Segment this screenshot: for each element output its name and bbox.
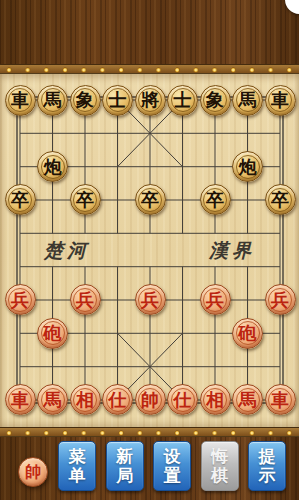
seal-glyph: 帥 [25,462,41,483]
piece-black-車[interactable]: 車 [5,85,36,116]
piece-glyph: 兵 [271,291,289,309]
river-label-right: 漢界 [201,237,263,263]
piece-glyph: 象 [206,91,224,109]
hint-button[interactable]: 提示 [248,441,286,491]
piece-black-車[interactable]: 車 [265,85,296,116]
piece-glyph: 士 [109,91,127,109]
piece-black-卒[interactable]: 卒 [70,184,101,215]
piece-glyph: 馬 [239,391,257,409]
piece-glyph: 相 [206,391,224,409]
piece-red-車[interactable]: 車 [5,384,36,415]
new-game-button[interactable]: 新局 [106,441,144,491]
piece-black-將[interactable]: 將 [135,85,166,116]
piece-glyph: 相 [76,391,94,409]
piece-glyph: 炮 [239,158,257,176]
piece-glyph: 卒 [76,191,94,209]
piece-glyph: 兵 [76,291,94,309]
top-stud-strip [0,64,299,74]
piece-glyph: 馬 [44,91,62,109]
piece-glyph: 帥 [141,391,159,409]
piece-black-士[interactable]: 士 [167,85,198,116]
piece-black-象[interactable]: 象 [70,85,101,116]
piece-black-象[interactable]: 象 [200,85,231,116]
piece-black-卒[interactable]: 卒 [265,184,296,215]
piece-glyph: 象 [76,91,94,109]
xiangqi-app: 楚河 漢界 車馬象士將士象馬車炮炮卒卒卒卒卒兵兵兵兵兵砲砲車馬相仕帥仕相馬車 帥… [0,0,299,500]
piece-glyph: 炮 [44,158,62,176]
piece-glyph: 車 [11,391,29,409]
undo-button-label: 悔棋 [211,447,229,485]
piece-black-馬[interactable]: 馬 [37,85,68,116]
corner-floating-button[interactable] [285,0,299,14]
piece-black-卒[interactable]: 卒 [200,184,231,215]
piece-glyph: 砲 [44,324,62,342]
piece-red-相[interactable]: 相 [200,384,231,415]
piece-glyph: 仕 [109,391,127,409]
piece-glyph: 卒 [11,191,29,209]
piece-glyph: 卒 [141,191,159,209]
piece-red-相[interactable]: 相 [70,384,101,415]
piece-red-兵[interactable]: 兵 [135,284,166,315]
piece-black-炮[interactable]: 炮 [232,151,263,182]
piece-glyph: 馬 [239,91,257,109]
piece-glyph: 車 [11,91,29,109]
river-label-left: 楚河 [36,237,98,263]
piece-red-車[interactable]: 車 [265,384,296,415]
hint-button-label: 提示 [258,447,276,485]
red-general-seal-button[interactable]: 帥 [18,457,48,487]
piece-glyph: 兵 [206,291,224,309]
piece-black-卒[interactable]: 卒 [5,184,36,215]
piece-glyph: 車 [271,391,289,409]
piece-black-炮[interactable]: 炮 [37,151,68,182]
piece-red-帥[interactable]: 帥 [135,384,166,415]
piece-red-兵[interactable]: 兵 [70,284,101,315]
piece-glyph: 卒 [206,191,224,209]
piece-glyph: 車 [271,91,289,109]
piece-glyph: 兵 [141,291,159,309]
piece-red-兵[interactable]: 兵 [5,284,36,315]
piece-red-砲[interactable]: 砲 [232,318,263,349]
piece-glyph: 仕 [174,391,192,409]
piece-red-兵[interactable]: 兵 [200,284,231,315]
menu-button-label: 菜单 [68,447,86,485]
settings-button[interactable]: 设置 [153,441,191,491]
new-game-button-label: 新局 [116,447,134,485]
piece-red-砲[interactable]: 砲 [37,318,68,349]
piece-black-士[interactable]: 士 [102,85,133,116]
piece-glyph: 馬 [44,391,62,409]
piece-glyph: 卒 [271,191,289,209]
settings-button-label: 设置 [163,447,181,485]
piece-black-卒[interactable]: 卒 [135,184,166,215]
xiangqi-board[interactable]: 楚河 漢界 車馬象士將士象馬車炮炮卒卒卒卒卒兵兵兵兵兵砲砲車馬相仕帥仕相馬車 [0,74,299,427]
piece-glyph: 將 [141,91,159,109]
piece-red-兵[interactable]: 兵 [265,284,296,315]
bottom-stud-strip [0,427,299,437]
piece-glyph: 兵 [11,291,29,309]
piece-glyph: 砲 [239,324,257,342]
menu-button[interactable]: 菜单 [58,441,96,491]
undo-button[interactable]: 悔棋 [201,441,239,491]
piece-black-馬[interactable]: 馬 [232,85,263,116]
piece-glyph: 士 [174,91,192,109]
